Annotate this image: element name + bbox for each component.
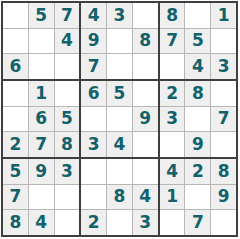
cell-r8c3[interactable] — [55, 185, 80, 210]
cell-r9c6: 3 — [133, 210, 158, 235]
cell-r3c2[interactable] — [29, 54, 54, 79]
cell-r2c9[interactable] — [211, 29, 236, 54]
cell-r4c6[interactable] — [133, 81, 158, 106]
cell-r7c4[interactable] — [81, 159, 106, 184]
cell-r7c7: 4 — [160, 159, 185, 184]
cell-r7c8: 2 — [185, 159, 210, 184]
cell-r6c6[interactable] — [133, 132, 158, 157]
cell-r5c6: 9 — [133, 107, 158, 132]
sudoku-box-8: 8423 — [81, 159, 157, 235]
cell-r5c7: 3 — [160, 107, 185, 132]
cell-r3c8: 4 — [185, 54, 210, 79]
cell-r4c2: 1 — [29, 81, 54, 106]
cell-r6c1: 2 — [3, 132, 28, 157]
cell-r5c5[interactable] — [107, 107, 132, 132]
cell-r8c1: 7 — [3, 185, 28, 210]
cell-r2c3: 4 — [55, 29, 80, 54]
sudoku-box-7: 593784 — [3, 159, 79, 235]
sudoku-box-4: 165278 — [3, 81, 79, 157]
cell-r5c8[interactable] — [185, 107, 210, 132]
cell-r9c9[interactable] — [211, 210, 236, 235]
cell-r5c3: 5 — [55, 107, 80, 132]
cell-r4c5: 5 — [107, 81, 132, 106]
cell-r3c7[interactable] — [160, 54, 185, 79]
cell-r4c4: 6 — [81, 81, 106, 106]
cell-r1c3: 7 — [55, 3, 80, 28]
cell-r1c9: 1 — [211, 3, 236, 28]
cell-r1c1[interactable] — [3, 3, 28, 28]
cell-r3c9: 3 — [211, 54, 236, 79]
cell-r1c2: 5 — [29, 3, 54, 28]
cell-r7c6[interactable] — [133, 159, 158, 184]
cell-r2c2[interactable] — [29, 29, 54, 54]
cell-r8c9: 9 — [211, 185, 236, 210]
cell-r1c4: 4 — [81, 3, 106, 28]
cell-r7c9: 8 — [211, 159, 236, 184]
cell-r8c7: 1 — [160, 185, 185, 210]
cell-r4c3[interactable] — [55, 81, 80, 106]
cell-r1c6[interactable] — [133, 3, 158, 28]
sudoku-box-9: 428197 — [160, 159, 236, 235]
sudoku-page: 5746439878175431652786593428379593784842… — [0, 0, 240, 239]
cell-r9c5[interactable] — [107, 210, 132, 235]
cell-r8c5: 8 — [107, 185, 132, 210]
cell-r2c8: 5 — [185, 29, 210, 54]
cell-r8c2[interactable] — [29, 185, 54, 210]
cell-r7c3: 3 — [55, 159, 80, 184]
cell-r4c8: 8 — [185, 81, 210, 106]
sudoku-board: 5746439878175431652786593428379593784842… — [1, 1, 238, 237]
cell-r1c5: 3 — [107, 3, 132, 28]
sudoku-box-6: 28379 — [160, 81, 236, 157]
cell-r7c2: 9 — [29, 159, 54, 184]
cell-r9c3[interactable] — [55, 210, 80, 235]
cell-r3c3[interactable] — [55, 54, 80, 79]
cell-r9c2: 4 — [29, 210, 54, 235]
cell-r6c3: 8 — [55, 132, 80, 157]
cell-r6c9[interactable] — [211, 132, 236, 157]
sudoku-box-5: 65934 — [81, 81, 157, 157]
cell-r2c7: 7 — [160, 29, 185, 54]
cell-r2c1[interactable] — [3, 29, 28, 54]
cell-r6c8: 9 — [185, 132, 210, 157]
cell-r9c1: 8 — [3, 210, 28, 235]
cell-r2c5[interactable] — [107, 29, 132, 54]
cell-r2c6: 8 — [133, 29, 158, 54]
cell-r7c5[interactable] — [107, 159, 132, 184]
cell-r9c8: 7 — [185, 210, 210, 235]
cell-r1c8[interactable] — [185, 3, 210, 28]
cell-r6c2: 7 — [29, 132, 54, 157]
sudoku-box-2: 43987 — [81, 3, 157, 79]
cell-r7c1: 5 — [3, 159, 28, 184]
cell-r4c1[interactable] — [3, 81, 28, 106]
cell-r4c9[interactable] — [211, 81, 236, 106]
cell-r8c8[interactable] — [185, 185, 210, 210]
cell-r3c1: 6 — [3, 54, 28, 79]
cell-r5c4[interactable] — [81, 107, 106, 132]
cell-r8c4[interactable] — [81, 185, 106, 210]
sudoku-box-1: 5746 — [3, 3, 79, 79]
cell-r9c4: 2 — [81, 210, 106, 235]
cell-r5c1[interactable] — [3, 107, 28, 132]
cell-r8c6: 4 — [133, 185, 158, 210]
sudoku-box-3: 817543 — [160, 3, 236, 79]
cell-r4c7: 2 — [160, 81, 185, 106]
cell-r3c5[interactable] — [107, 54, 132, 79]
cell-r5c9: 7 — [211, 107, 236, 132]
cell-r9c7[interactable] — [160, 210, 185, 235]
cell-r2c4: 9 — [81, 29, 106, 54]
cell-r3c6[interactable] — [133, 54, 158, 79]
cell-r6c4: 3 — [81, 132, 106, 157]
cell-r6c7[interactable] — [160, 132, 185, 157]
cell-r5c2: 6 — [29, 107, 54, 132]
cell-r6c5: 4 — [107, 132, 132, 157]
cell-r1c7: 8 — [160, 3, 185, 28]
cell-r3c4: 7 — [81, 54, 106, 79]
